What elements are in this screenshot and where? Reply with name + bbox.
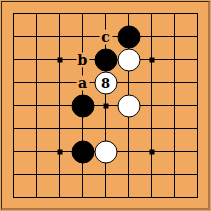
letter-marker-c: c bbox=[99, 29, 112, 44]
white-stone-numbered: 8 bbox=[94, 71, 117, 94]
star-point bbox=[57, 57, 62, 62]
star-point bbox=[57, 149, 62, 154]
letter-marker-b: b bbox=[76, 52, 89, 67]
letter-marker-a: a bbox=[76, 75, 89, 90]
white-stone bbox=[94, 140, 117, 163]
black-stone bbox=[94, 48, 117, 71]
star-point bbox=[103, 103, 108, 108]
black-stone bbox=[71, 140, 94, 163]
white-stone bbox=[117, 94, 140, 117]
star-point bbox=[149, 57, 154, 62]
black-stone bbox=[117, 25, 140, 48]
go-board: 8cba bbox=[0, 0, 211, 211]
white-stone bbox=[117, 48, 140, 71]
black-stone bbox=[71, 94, 94, 117]
star-point bbox=[149, 149, 154, 154]
